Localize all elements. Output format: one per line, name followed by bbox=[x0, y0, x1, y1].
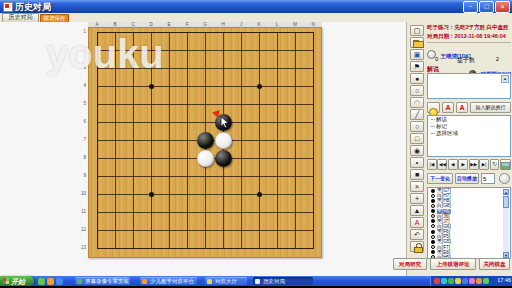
star-point bbox=[149, 84, 154, 89]
comment-scroll-up-icon[interactable]: ▲ bbox=[501, 75, 509, 83]
white-move-dot-icon bbox=[431, 224, 435, 228]
stone-white-H7 bbox=[215, 132, 232, 149]
black-move-dot-icon bbox=[431, 189, 435, 193]
save-icon[interactable]: ▣ bbox=[410, 49, 424, 60]
quick-launch-icon[interactable] bbox=[38, 278, 45, 285]
square-mark-icon[interactable]: □ bbox=[410, 133, 424, 144]
stone-black-H6 bbox=[215, 114, 232, 131]
row-label: 4 bbox=[77, 83, 86, 88]
scroll-thumb[interactable] bbox=[503, 196, 509, 208]
star-point bbox=[257, 192, 262, 197]
black-move-dot-icon bbox=[431, 240, 435, 244]
taskbar-button-1[interactable]: 屏幕录像专家安装 bbox=[75, 277, 130, 285]
stone-toggle-button[interactable] bbox=[499, 173, 510, 184]
line-tool-icon[interactable]: ╱ bbox=[410, 109, 424, 120]
tray-icon[interactable] bbox=[476, 278, 482, 284]
row-label: 10 bbox=[77, 191, 86, 196]
clock: 17:46 bbox=[497, 277, 511, 283]
step-back-button[interactable]: ◀ bbox=[448, 159, 458, 170]
star-point bbox=[149, 192, 154, 197]
image-icon bbox=[501, 162, 510, 170]
scroll-up-icon[interactable]: ▲ bbox=[503, 189, 509, 195]
black-move-dot-icon bbox=[431, 219, 435, 223]
white-captures: 0 bbox=[435, 56, 438, 62]
playback-toolbar: |◀◀◀◀▶▶▶▶|↻ bbox=[427, 159, 511, 171]
fast-forward-button[interactable]: ▶▶ bbox=[469, 159, 479, 170]
maximize-button[interactable]: □ bbox=[479, 1, 494, 13]
row-label: 9 bbox=[77, 173, 86, 178]
windows-logo-icon bbox=[3, 278, 9, 284]
next-variation-button[interactable]: 下一变化 bbox=[427, 173, 453, 184]
circle-mark-icon[interactable]: ○ bbox=[410, 121, 424, 132]
row-label: 5 bbox=[77, 101, 86, 106]
tray-icon[interactable] bbox=[441, 278, 447, 284]
app-icon bbox=[3, 2, 13, 12]
taskbar-button-3[interactable]: 对弈大厅 bbox=[205, 277, 247, 285]
system-tray: 17:46 bbox=[430, 276, 512, 286]
comment-box[interactable]: ▲ bbox=[427, 73, 511, 99]
row-label: 8 bbox=[77, 155, 86, 160]
go-end-button[interactable]: ▶| bbox=[479, 159, 489, 170]
star-point bbox=[257, 84, 262, 89]
snapshot-image-button[interactable] bbox=[500, 159, 511, 170]
white-move-dot-icon bbox=[431, 214, 435, 218]
black-move-dot-icon bbox=[431, 209, 435, 213]
lock-icon[interactable] bbox=[410, 241, 424, 252]
white-move-dot-icon bbox=[431, 194, 435, 198]
row-label: 11 bbox=[77, 209, 86, 214]
insert-comment-newline-button[interactable]: 输入解说换行 bbox=[470, 102, 511, 113]
taskbar-button-4[interactable]: 历史对局 bbox=[253, 277, 313, 285]
stone-black-G7 bbox=[197, 132, 214, 149]
row-label: 1 bbox=[77, 29, 86, 34]
white-move-dot-icon bbox=[431, 245, 435, 249]
close-board-button[interactable]: 关闭棋盘 bbox=[479, 258, 510, 270]
x-mark-icon[interactable]: × bbox=[410, 181, 424, 192]
autoplay-button[interactable]: 自动播放 bbox=[455, 173, 479, 184]
black-captures: 2 bbox=[496, 56, 499, 62]
row-label: 2 bbox=[77, 47, 86, 52]
letter-a-mark-icon[interactable]: A bbox=[410, 217, 424, 228]
go-board[interactable] bbox=[88, 27, 322, 258]
app-window: 历史对局 － □ × 历史对局 棋谱保存 ABCDEFGHJKLMN 12345… bbox=[0, 0, 512, 288]
players-row: 王继清[10K] 陆辉顺[10K] bbox=[427, 44, 511, 54]
main-area: ABCDEFGHJKLMN 12345678910111213 ▢▣⚑●○◠╱○… bbox=[0, 22, 512, 276]
row-label: 7 bbox=[77, 137, 86, 142]
exercise-info: 吃子练习：先吃3子方胜 白中盘胜 bbox=[427, 24, 511, 31]
tray-icon[interactable] bbox=[469, 278, 475, 284]
tree-item-选择区域[interactable]: 选择区域 bbox=[428, 130, 510, 137]
move-list[interactable]: 黑[G7]白[H7]黑[H8]白[G8]黑[H6]白[J6]黑[J7]白[G6]… bbox=[427, 187, 511, 259]
plus-mark-icon[interactable]: + bbox=[410, 193, 424, 204]
close-button[interactable]: × bbox=[495, 1, 510, 13]
filled-square-mark-icon[interactable]: ■ bbox=[410, 169, 424, 180]
tray-icon[interactable] bbox=[448, 278, 454, 284]
game-research-button[interactable]: 对局研究 bbox=[393, 258, 427, 270]
white-move-dot-icon bbox=[431, 204, 435, 208]
white-move-dot-icon bbox=[431, 235, 435, 239]
row-label: 12 bbox=[77, 227, 86, 232]
font-a-small-button[interactable]: A bbox=[456, 102, 468, 113]
black-move-dot-icon bbox=[431, 250, 435, 254]
annotation-tree[interactable]: 解说标记选择区域 bbox=[427, 115, 511, 157]
stone-black-H8 bbox=[215, 150, 232, 167]
open-folder-icon[interactable] bbox=[410, 37, 424, 48]
black-stone-icon[interactable]: ● bbox=[410, 73, 424, 84]
white-stone-icon[interactable]: ○ bbox=[410, 85, 424, 96]
quick-launch-icon[interactable] bbox=[47, 278, 54, 285]
captures-label: 提子数 bbox=[457, 56, 475, 65]
taskbar-button-icon bbox=[255, 279, 260, 284]
row-label: 3 bbox=[77, 65, 86, 70]
edit-toolbar: ▢▣⚑●○◠╱○□◉•■×+▲A↶ bbox=[410, 25, 425, 253]
start-button[interactable]: 开始 bbox=[0, 276, 34, 286]
upload-kifu-comment-button[interactable]: 上传棋谱评论 bbox=[430, 258, 476, 270]
tray-icon[interactable] bbox=[455, 278, 461, 284]
stone-white-G8 bbox=[197, 150, 214, 167]
taskbar: 开始 屏幕录像专家安装少儿教学对弈平台对弈大厅历史对局 17:46 bbox=[0, 276, 512, 286]
tray-icon[interactable] bbox=[434, 278, 440, 284]
emoji-button[interactable] bbox=[427, 102, 440, 113]
black-move-dot-icon bbox=[431, 199, 435, 203]
triangle-mark-icon[interactable]: ▲ bbox=[410, 205, 424, 216]
mouse-cursor-icon bbox=[220, 116, 229, 129]
row-label: 13 bbox=[77, 245, 86, 250]
taskbar-button-icon bbox=[207, 279, 212, 284]
font-a-button[interactable]: A bbox=[442, 102, 454, 113]
step-forward-button[interactable]: ▶ bbox=[458, 159, 468, 170]
row-label: 6 bbox=[77, 119, 86, 124]
tray-icon[interactable] bbox=[462, 278, 468, 284]
undo-icon[interactable]: ↶ bbox=[410, 229, 424, 240]
fast-back-button[interactable]: ◀◀ bbox=[437, 159, 447, 170]
quick-launch-icon[interactable] bbox=[56, 278, 63, 285]
taskbar-button-icon bbox=[142, 279, 147, 284]
side-panel: ▢▣⚑●○◠╱○□◉•■×+▲A↶ 吃子练习：先吃3子方胜 白中盘胜 对局日期：… bbox=[406, 22, 512, 276]
autoplay-speed-input[interactable] bbox=[481, 173, 495, 184]
move-list-scrollbar[interactable]: ▲ ▼ bbox=[503, 189, 509, 258]
tray-icon[interactable] bbox=[483, 278, 489, 284]
bold-circle-mark-icon[interactable]: ◉ bbox=[410, 145, 424, 156]
tree-item-解说[interactable]: 解说 bbox=[428, 116, 510, 123]
minimize-button[interactable]: － bbox=[463, 1, 478, 13]
dot-mark-icon[interactable]: • bbox=[410, 157, 424, 168]
divider bbox=[427, 42, 511, 43]
new-file-icon[interactable]: ▢ bbox=[410, 25, 424, 36]
game-date: 对局日期：2012-11-08 19:46:04 bbox=[427, 33, 511, 40]
title-bar[interactable]: 历史对局 － □ × bbox=[0, 0, 512, 13]
black-move-dot-icon bbox=[431, 230, 435, 234]
taskbar-button-icon bbox=[77, 279, 82, 284]
go-start-button[interactable]: |◀ bbox=[427, 159, 437, 170]
taskbar-button-2[interactable]: 少儿教学对弈平台 bbox=[140, 277, 197, 285]
lasso-icon[interactable]: ◠ bbox=[410, 97, 424, 108]
flag-icon[interactable]: ⚑ bbox=[410, 61, 424, 72]
loop-button[interactable]: ↻ bbox=[490, 159, 500, 170]
tree-item-标记[interactable]: 标记 bbox=[428, 123, 510, 130]
